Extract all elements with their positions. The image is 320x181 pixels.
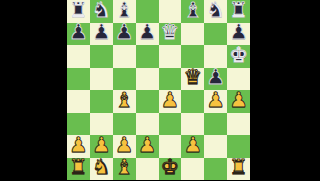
square-b6[interactable] <box>90 45 113 68</box>
square-e4[interactable]: ♟ <box>159 90 182 113</box>
square-a7[interactable]: ♟ <box>67 23 90 46</box>
square-h5[interactable] <box>227 68 250 91</box>
piece-white-queen[interactable]: ♛ <box>183 67 202 88</box>
square-b5[interactable] <box>90 68 113 91</box>
piece-white-king[interactable]: ♚ <box>161 157 180 178</box>
square-h2[interactable] <box>227 135 250 158</box>
square-f3[interactable] <box>181 113 204 136</box>
square-a4[interactable] <box>67 90 90 113</box>
square-g4[interactable]: ♟ <box>204 90 227 113</box>
square-b4[interactable] <box>90 90 113 113</box>
piece-black-knight[interactable]: ♞ <box>206 0 225 21</box>
square-e6[interactable] <box>159 45 182 68</box>
piece-white-pawn[interactable]: ♟ <box>183 135 202 156</box>
piece-white-pawn[interactable]: ♟ <box>92 135 111 156</box>
square-b7[interactable]: ♟ <box>90 23 113 46</box>
square-c8[interactable]: ♝ <box>113 0 136 23</box>
square-d6[interactable] <box>136 45 159 68</box>
square-h3[interactable] <box>227 113 250 136</box>
square-c4[interactable]: ♝ <box>113 90 136 113</box>
square-f2[interactable]: ♟ <box>181 135 204 158</box>
piece-white-pawn[interactable]: ♟ <box>229 90 248 111</box>
square-c3[interactable] <box>113 113 136 136</box>
piece-white-pawn[interactable]: ♟ <box>69 135 88 156</box>
square-f8[interactable]: ♝ <box>181 0 204 23</box>
square-a8[interactable]: ♜ <box>67 0 90 23</box>
square-h1[interactable]: ♜ <box>227 158 250 181</box>
piece-black-bishop[interactable]: ♝ <box>115 0 134 21</box>
square-f6[interactable] <box>181 45 204 68</box>
square-b2[interactable]: ♟ <box>90 135 113 158</box>
piece-white-bishop[interactable]: ♝ <box>115 90 134 111</box>
square-g1[interactable] <box>204 158 227 181</box>
square-b1[interactable]: ♞ <box>90 158 113 181</box>
square-a6[interactable] <box>67 45 90 68</box>
square-d2[interactable]: ♟ <box>136 135 159 158</box>
square-d5[interactable] <box>136 68 159 91</box>
square-e3[interactable] <box>159 113 182 136</box>
square-f4[interactable] <box>181 90 204 113</box>
square-h6[interactable]: ♚ <box>227 45 250 68</box>
piece-white-pawn[interactable]: ♟ <box>115 135 134 156</box>
square-g6[interactable] <box>204 45 227 68</box>
square-g2[interactable] <box>204 135 227 158</box>
square-d7[interactable]: ♟ <box>136 23 159 46</box>
piece-black-rook[interactable]: ♜ <box>229 0 248 21</box>
piece-white-bishop[interactable]: ♝ <box>115 157 134 178</box>
square-a2[interactable]: ♟ <box>67 135 90 158</box>
square-h7[interactable]: ♟ <box>227 23 250 46</box>
piece-white-pawn[interactable]: ♟ <box>161 90 180 111</box>
piece-black-pawn[interactable]: ♟ <box>206 67 225 88</box>
square-h4[interactable]: ♟ <box>227 90 250 113</box>
square-c6[interactable] <box>113 45 136 68</box>
square-d8[interactable] <box>136 0 159 23</box>
piece-white-pawn[interactable]: ♟ <box>138 135 157 156</box>
square-c1[interactable]: ♝ <box>113 158 136 181</box>
square-c2[interactable]: ♟ <box>113 135 136 158</box>
piece-black-pawn[interactable]: ♟ <box>92 22 111 43</box>
piece-black-pawn[interactable]: ♟ <box>115 22 134 43</box>
square-g5[interactable]: ♟ <box>204 68 227 91</box>
square-d1[interactable] <box>136 158 159 181</box>
square-e1[interactable]: ♚ <box>159 158 182 181</box>
square-g8[interactable]: ♞ <box>204 0 227 23</box>
letterboxed-screen: ♜♞♝♝♞♜♟♟♟♟♛♟♚♛♟♝♟♟♟♟♟♟♟♟♜♞♝♚♜ <box>0 0 320 180</box>
square-f5[interactable]: ♛ <box>181 68 204 91</box>
chess-board: ♜♞♝♝♞♜♟♟♟♟♛♟♚♛♟♝♟♟♟♟♟♟♟♟♜♞♝♚♜ <box>67 0 250 180</box>
square-a3[interactable] <box>67 113 90 136</box>
piece-black-rook[interactable]: ♜ <box>69 0 88 21</box>
piece-white-rook[interactable]: ♜ <box>229 157 248 178</box>
square-d4[interactable] <box>136 90 159 113</box>
piece-black-bishop[interactable]: ♝ <box>183 0 202 21</box>
square-c7[interactable]: ♟ <box>113 23 136 46</box>
piece-black-knight[interactable]: ♞ <box>92 0 111 21</box>
square-e7[interactable]: ♛ <box>159 23 182 46</box>
piece-black-king[interactable]: ♚ <box>229 45 248 66</box>
square-f1[interactable] <box>181 158 204 181</box>
square-a1[interactable]: ♜ <box>67 158 90 181</box>
square-d3[interactable] <box>136 113 159 136</box>
piece-black-queen[interactable]: ♛ <box>161 22 180 43</box>
square-b8[interactable]: ♞ <box>90 0 113 23</box>
piece-white-pawn[interactable]: ♟ <box>206 90 225 111</box>
piece-white-rook[interactable]: ♜ <box>69 157 88 178</box>
square-c5[interactable] <box>113 68 136 91</box>
square-g7[interactable] <box>204 23 227 46</box>
square-e8[interactable] <box>159 0 182 23</box>
piece-black-pawn[interactable]: ♟ <box>229 22 248 43</box>
square-b3[interactable] <box>90 113 113 136</box>
piece-black-pawn[interactable]: ♟ <box>69 22 88 43</box>
piece-black-pawn[interactable]: ♟ <box>138 22 157 43</box>
square-e2[interactable] <box>159 135 182 158</box>
square-h8[interactable]: ♜ <box>227 0 250 23</box>
square-g3[interactable] <box>204 113 227 136</box>
square-e5[interactable] <box>159 68 182 91</box>
square-f7[interactable] <box>181 23 204 46</box>
square-a5[interactable] <box>67 68 90 91</box>
piece-white-knight[interactable]: ♞ <box>92 157 111 178</box>
